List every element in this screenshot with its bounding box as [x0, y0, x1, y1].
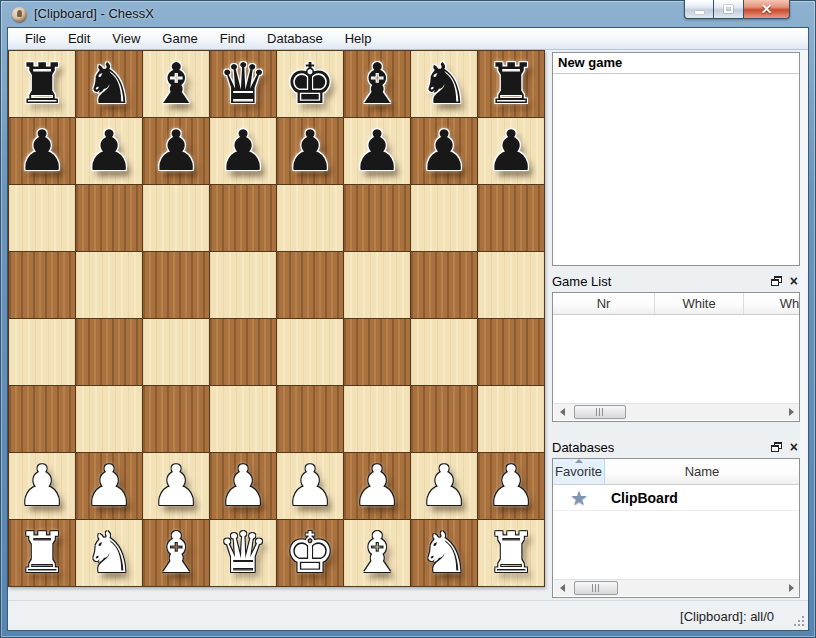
- square-b4[interactable]: [76, 319, 142, 385]
- square-g2[interactable]: ♟: [411, 453, 477, 519]
- square-a3[interactable]: [9, 386, 75, 452]
- game-list-header: Nr White White Elo: [553, 293, 799, 315]
- resize-grip-icon[interactable]: [793, 615, 805, 627]
- game-list-body[interactable]: [553, 315, 799, 404]
- close-icon[interactable]: ×: [790, 440, 798, 454]
- square-d2[interactable]: ♟: [210, 453, 276, 519]
- square-c1[interactable]: ♝: [143, 520, 209, 586]
- piece-white-pawn[interactable]: ♟: [143, 453, 209, 519]
- game-list-title-label: Game List: [552, 274, 771, 289]
- status-bar: [Clipboard]: all/0: [8, 600, 808, 630]
- square-f7[interactable]: ♟: [344, 118, 410, 184]
- square-h3[interactable]: [478, 386, 544, 452]
- piece-black-pawn[interactable]: ♟: [411, 118, 477, 184]
- square-a1[interactable]: ♜: [9, 520, 75, 586]
- square-g8[interactable]: ♞: [411, 51, 477, 117]
- scroll-right-icon[interactable]: [783, 580, 800, 596]
- close-icon[interactable]: ×: [790, 274, 798, 288]
- piece-white-king[interactable]: ♚: [277, 520, 343, 586]
- column-header-white-elo[interactable]: White Elo: [744, 293, 799, 314]
- databases-body[interactable]: [553, 511, 799, 580]
- square-e2[interactable]: ♟: [277, 453, 343, 519]
- game-list-dock-buttons: ×: [771, 274, 800, 288]
- square-g3[interactable]: [411, 386, 477, 452]
- database-row-clipboard[interactable]: ★ ClipBoard: [553, 485, 799, 511]
- scrollbar-thumb[interactable]: [574, 405, 626, 419]
- window-title: [Clipboard] - ChessX: [34, 6, 154, 21]
- piece-black-knight[interactable]: ♞: [76, 51, 142, 117]
- square-h2[interactable]: ♟: [478, 453, 544, 519]
- piece-black-queen[interactable]: ♛: [210, 51, 276, 117]
- piece-white-pawn[interactable]: ♟: [411, 453, 477, 519]
- right-dock-area: New game Game List × Nr White White Elo: [552, 52, 800, 598]
- right-margin-strip: [800, 50, 808, 600]
- square-b2[interactable]: ♟: [76, 453, 142, 519]
- square-h5[interactable]: [478, 252, 544, 318]
- workspace: ♜♞♝♛♚♝♞♜♟♟♟♟♟♟♟♟♟♟♟♟♟♟♟♟♜♞♝♛♚♝♞♜ New gam…: [8, 50, 808, 600]
- square-c7[interactable]: ♟: [143, 118, 209, 184]
- square-b1[interactable]: ♞: [76, 520, 142, 586]
- scroll-right-icon[interactable]: [783, 404, 800, 420]
- menu-game[interactable]: Game: [151, 29, 208, 48]
- piece-white-knight[interactable]: ♞: [76, 520, 142, 586]
- square-f6[interactable]: [344, 185, 410, 251]
- piece-white-queen[interactable]: ♛: [210, 520, 276, 586]
- column-header-nr[interactable]: Nr: [553, 293, 655, 314]
- square-e5[interactable]: [277, 252, 343, 318]
- databases-hscrollbar[interactable]: [554, 579, 800, 596]
- minimize-button[interactable]: [684, 0, 714, 19]
- maximize-icon: [724, 5, 733, 13]
- sort-up-icon: [575, 459, 583, 463]
- menu-view[interactable]: View: [101, 29, 151, 48]
- notation-panel[interactable]: New game: [552, 52, 800, 266]
- square-b5[interactable]: [76, 252, 142, 318]
- square-h4[interactable]: [478, 319, 544, 385]
- menu-file[interactable]: File: [14, 29, 57, 48]
- float-icon[interactable]: [771, 442, 782, 452]
- piece-white-pawn[interactable]: ♟: [478, 453, 544, 519]
- square-b8[interactable]: ♞: [76, 51, 142, 117]
- scrollbar-thumb[interactable]: [574, 581, 618, 595]
- piece-black-bishop[interactable]: ♝: [143, 51, 209, 117]
- piece-white-rook[interactable]: ♜: [9, 520, 75, 586]
- chess-board[interactable]: ♜♞♝♛♚♝♞♜♟♟♟♟♟♟♟♟♟♟♟♟♟♟♟♟♜♞♝♛♚♝♞♜: [8, 50, 545, 587]
- square-h8[interactable]: ♜: [478, 51, 544, 117]
- column-header-name[interactable]: Name: [605, 459, 799, 484]
- piece-black-knight[interactable]: ♞: [411, 51, 477, 117]
- square-h7[interactable]: ♟: [478, 118, 544, 184]
- square-f5[interactable]: [344, 252, 410, 318]
- square-e7[interactable]: ♟: [277, 118, 343, 184]
- piece-black-king[interactable]: ♚: [277, 51, 343, 117]
- scroll-left-icon[interactable]: [554, 404, 571, 420]
- close-icon: ✕: [761, 2, 773, 16]
- square-g1[interactable]: ♞: [411, 520, 477, 586]
- square-f1[interactable]: ♝: [344, 520, 410, 586]
- piece-black-rook[interactable]: ♜: [9, 51, 75, 117]
- square-e8[interactable]: ♚: [277, 51, 343, 117]
- square-e4[interactable]: [277, 319, 343, 385]
- square-d4[interactable]: [210, 319, 276, 385]
- close-button[interactable]: ✕: [743, 0, 790, 19]
- square-d5[interactable]: [210, 252, 276, 318]
- square-e6[interactable]: [277, 185, 343, 251]
- square-f2[interactable]: ♟: [344, 453, 410, 519]
- piece-black-pawn[interactable]: ♟: [9, 118, 75, 184]
- square-c4[interactable]: [143, 319, 209, 385]
- piece-black-pawn[interactable]: ♟: [76, 118, 142, 184]
- square-d3[interactable]: [210, 386, 276, 452]
- piece-white-pawn[interactable]: ♟: [9, 453, 75, 519]
- databases-dock-title[interactable]: Databases ×: [552, 438, 800, 456]
- piece-black-pawn[interactable]: ♟: [344, 118, 410, 184]
- square-b7[interactable]: ♟: [76, 118, 142, 184]
- square-c8[interactable]: ♝: [143, 51, 209, 117]
- float-icon[interactable]: [771, 276, 782, 286]
- window-controls: ✕: [684, 0, 790, 19]
- piece-black-pawn[interactable]: ♟: [277, 118, 343, 184]
- piece-black-bishop[interactable]: ♝: [344, 51, 410, 117]
- square-d8[interactable]: ♛: [210, 51, 276, 117]
- piece-white-pawn[interactable]: ♟: [344, 453, 410, 519]
- notation-title: New game: [553, 53, 799, 74]
- square-f4[interactable]: [344, 319, 410, 385]
- piece-black-pawn[interactable]: ♟: [210, 118, 276, 184]
- menu-edit[interactable]: Edit: [57, 29, 101, 48]
- maximize-button[interactable]: [714, 0, 743, 19]
- square-d1[interactable]: ♛: [210, 520, 276, 586]
- square-b6[interactable]: [76, 185, 142, 251]
- databases-header: Favorite Name: [553, 459, 799, 485]
- square-f8[interactable]: ♝: [344, 51, 410, 117]
- piece-black-pawn[interactable]: ♟: [478, 118, 544, 184]
- game-list-panel: Nr White White Elo: [552, 292, 800, 422]
- piece-white-pawn[interactable]: ♟: [210, 453, 276, 519]
- square-a8[interactable]: ♜: [9, 51, 75, 117]
- game-list-dock-title[interactable]: Game List ×: [552, 272, 800, 290]
- databases-panel: Favorite Name ★ ClipBoard: [552, 458, 800, 598]
- menu-bar: File Edit View Game Find Database Help: [8, 28, 808, 50]
- square-d6[interactable]: [210, 185, 276, 251]
- square-c6[interactable]: [143, 185, 209, 251]
- status-text: [Clipboard]: all/0: [680, 609, 774, 624]
- minimize-icon: [695, 11, 704, 14]
- app-window: [Clipboard] - ChessX ✕ File Edit View Ga…: [0, 0, 816, 638]
- square-b3[interactable]: [76, 386, 142, 452]
- chessx-app-icon: [12, 7, 27, 22]
- scroll-left-icon[interactable]: [554, 580, 571, 596]
- piece-white-pawn[interactable]: ♟: [76, 453, 142, 519]
- square-e1[interactable]: ♚: [277, 520, 343, 586]
- square-f3[interactable]: [344, 386, 410, 452]
- piece-black-rook[interactable]: ♜: [478, 51, 544, 117]
- column-header-favorite[interactable]: Favorite: [553, 459, 605, 484]
- piece-white-bishop[interactable]: ♝: [344, 520, 410, 586]
- piece-white-rook[interactable]: ♜: [478, 520, 544, 586]
- databases-title-label: Databases: [552, 440, 771, 455]
- game-list-hscrollbar[interactable]: [554, 403, 800, 420]
- square-a5[interactable]: [9, 252, 75, 318]
- square-a4[interactable]: [9, 319, 75, 385]
- square-d7[interactable]: ♟: [210, 118, 276, 184]
- square-h1[interactable]: ♜: [478, 520, 544, 586]
- title-bar[interactable]: [Clipboard] - ChessX ✕: [0, 0, 816, 28]
- menu-help[interactable]: Help: [334, 29, 383, 48]
- menu-find[interactable]: Find: [209, 29, 256, 48]
- square-h6[interactable]: [478, 185, 544, 251]
- square-a2[interactable]: ♟: [9, 453, 75, 519]
- square-g6[interactable]: [411, 185, 477, 251]
- square-g5[interactable]: [411, 252, 477, 318]
- piece-white-knight[interactable]: ♞: [411, 520, 477, 586]
- menu-database[interactable]: Database: [256, 29, 334, 48]
- square-g7[interactable]: ♟: [411, 118, 477, 184]
- column-header-white[interactable]: White: [655, 293, 744, 314]
- square-c3[interactable]: [143, 386, 209, 452]
- piece-white-pawn[interactable]: ♟: [277, 453, 343, 519]
- database-name: ClipBoard: [605, 490, 678, 506]
- databases-dock-buttons: ×: [771, 440, 800, 454]
- piece-black-pawn[interactable]: ♟: [143, 118, 209, 184]
- square-c5[interactable]: [143, 252, 209, 318]
- square-g4[interactable]: [411, 319, 477, 385]
- favorite-star-icon[interactable]: ★: [553, 488, 605, 508]
- square-c2[interactable]: ♟: [143, 453, 209, 519]
- square-a6[interactable]: [9, 185, 75, 251]
- square-e3[interactable]: [277, 386, 343, 452]
- client-area: File Edit View Game Find Database Help ♜…: [8, 28, 808, 630]
- piece-white-bishop[interactable]: ♝: [143, 520, 209, 586]
- square-a7[interactable]: ♟: [9, 118, 75, 184]
